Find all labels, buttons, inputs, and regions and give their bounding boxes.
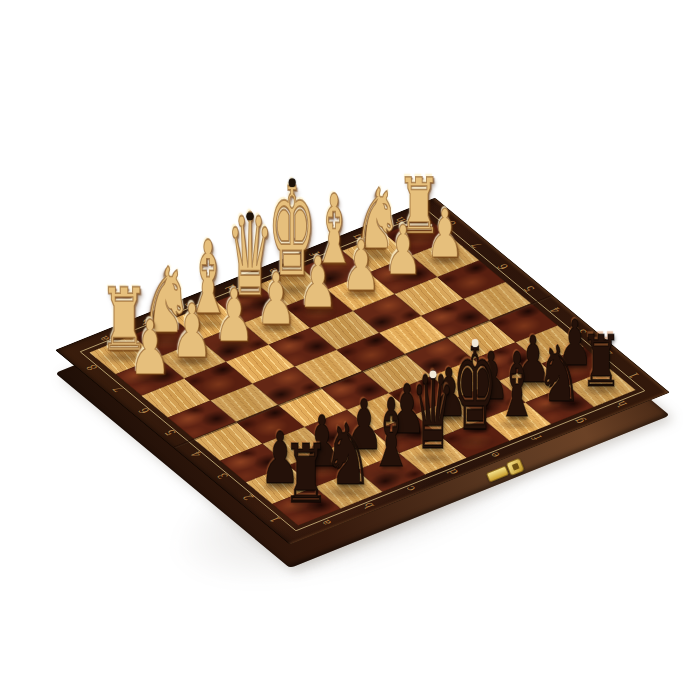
piece-light-pawn-b7[interactable]: ♟ [171,322,212,368]
piece-light-pawn-a7[interactable]: ♟ [129,339,170,385]
piece-dark-rook-h1[interactable]: ♜ [579,347,624,397]
piece-dark-bishop-c1[interactable]: ♝ [366,426,415,481]
piece-dark-rook-a1[interactable]: ♜ [284,465,329,515]
piece-light-pawn-f7[interactable]: ♟ [340,255,381,301]
dark-finial-tip [289,178,296,187]
piece-dark-knight-b1[interactable]: ♞ [324,443,373,498]
piece-light-pawn-g7[interactable]: ♟ [382,238,423,284]
piece-light-pawn-d7[interactable]: ♟ [256,289,297,335]
piece-light-pawn-h7[interactable]: ♟ [424,221,465,267]
product-photo-scene: abcdefgh abcdefgh 87654321 87654321 ♜♞♝♛… [0,0,700,700]
piece-light-pawn-e7[interactable]: ♟ [298,272,339,318]
dark-finial-tip [247,212,254,221]
white-finial-tip [472,338,478,347]
piece-light-pawn-c7[interactable]: ♟ [213,306,254,352]
piece-dark-knight-g1[interactable]: ♞ [535,359,584,414]
white-finial-tip [429,371,436,379]
